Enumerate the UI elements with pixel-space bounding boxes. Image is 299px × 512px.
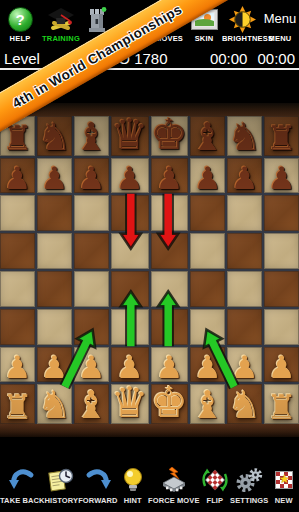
new-label: NEW bbox=[275, 496, 293, 505]
square-e1[interactable]: ♚ bbox=[151, 384, 189, 424]
forward-button[interactable]: FORWARD bbox=[78, 466, 117, 505]
square-h8[interactable]: ♜ bbox=[264, 116, 299, 156]
star-icon: ★ bbox=[279, 473, 290, 485]
black-pawn[interactable]: ♟ bbox=[155, 164, 183, 193]
square-g8[interactable]: ♞ bbox=[227, 116, 262, 156]
brightness-sun-icon bbox=[222, 5, 262, 33]
menu-word: Menu bbox=[264, 5, 297, 33]
square-b6[interactable] bbox=[37, 195, 72, 231]
square-e4[interactable] bbox=[151, 271, 189, 307]
help-label: HELP bbox=[4, 34, 36, 43]
square-d5[interactable] bbox=[111, 233, 149, 269]
square-c7[interactable]: ♟ bbox=[74, 158, 109, 194]
square-a3[interactable] bbox=[0, 309, 35, 345]
square-f3[interactable] bbox=[190, 309, 225, 345]
square-g5[interactable] bbox=[227, 233, 262, 269]
square-e7[interactable]: ♟ bbox=[151, 158, 189, 194]
square-f7[interactable]: ♟ bbox=[190, 158, 225, 194]
black-pawn[interactable]: ♟ bbox=[77, 164, 105, 193]
menu-button[interactable]: Menu MENU bbox=[262, 5, 298, 43]
black-bishop[interactable]: ♝ bbox=[191, 120, 225, 155]
white-king[interactable]: ♚ bbox=[151, 384, 189, 423]
black-queen[interactable]: ♛ bbox=[111, 116, 149, 155]
square-e5[interactable] bbox=[151, 233, 189, 269]
lightbulb-icon bbox=[120, 466, 146, 494]
square-h1[interactable]: ♜ bbox=[264, 384, 299, 424]
white-rook[interactable]: ♜ bbox=[2, 392, 32, 423]
history-button[interactable]: HISTORY bbox=[45, 466, 79, 505]
square-b8[interactable]: ♞ bbox=[37, 116, 72, 156]
square-a6[interactable] bbox=[0, 195, 35, 231]
square-g1[interactable]: ♞ bbox=[227, 384, 262, 424]
square-g6[interactable] bbox=[227, 195, 262, 231]
square-d1[interactable]: ♛ bbox=[111, 384, 149, 424]
square-b5[interactable] bbox=[37, 233, 72, 269]
black-pawn[interactable]: ♟ bbox=[116, 164, 144, 193]
square-f2[interactable]: ♟ bbox=[190, 347, 225, 383]
square-g7[interactable]: ♟ bbox=[227, 158, 262, 194]
square-b3[interactable] bbox=[37, 309, 72, 345]
square-b2[interactable]: ♟ bbox=[37, 347, 72, 383]
gears-icon bbox=[235, 466, 263, 494]
square-h3[interactable] bbox=[264, 309, 299, 345]
help-icon: ? bbox=[4, 5, 36, 33]
square-g3[interactable] bbox=[227, 309, 262, 345]
square-f1[interactable]: ♝ bbox=[190, 384, 225, 424]
white-knight[interactable]: ♞ bbox=[37, 388, 71, 423]
square-d3[interactable] bbox=[111, 309, 149, 345]
brightness-button[interactable]: BRIGHTNESS bbox=[222, 5, 262, 43]
square-h5[interactable] bbox=[264, 233, 299, 269]
square-a7[interactable]: ♟ bbox=[0, 158, 35, 194]
redo-arrow-icon bbox=[84, 466, 112, 494]
brightness-label: BRIGHTNESS bbox=[222, 34, 262, 43]
square-d6[interactable] bbox=[111, 195, 149, 231]
square-a4[interactable] bbox=[0, 271, 35, 307]
white-pawn[interactable]: ♟ bbox=[41, 353, 69, 382]
white-rook[interactable]: ♜ bbox=[266, 392, 296, 423]
square-c3[interactable] bbox=[74, 309, 109, 345]
new-game-button[interactable]: ★ NEW bbox=[268, 466, 299, 505]
white-pawn[interactable]: ♟ bbox=[4, 353, 32, 382]
square-e8[interactable]: ♚ bbox=[151, 116, 189, 156]
square-e6[interactable] bbox=[151, 195, 189, 231]
flip-board-icon bbox=[201, 466, 229, 494]
square-b1[interactable]: ♞ bbox=[37, 384, 72, 424]
white-queen[interactable]: ♛ bbox=[111, 384, 149, 423]
square-f6[interactable] bbox=[190, 195, 225, 231]
black-pawn[interactable]: ♟ bbox=[4, 164, 32, 193]
take-back-button[interactable]: TAKE BACK bbox=[0, 466, 45, 505]
square-e2[interactable]: ♟ bbox=[151, 347, 189, 383]
black-king[interactable]: ♚ bbox=[151, 116, 189, 155]
square-h7[interactable]: ♟ bbox=[264, 158, 299, 194]
force-move-label: FORCE MOVE bbox=[148, 496, 199, 505]
white-knight[interactable]: ♞ bbox=[228, 388, 262, 423]
black-rook[interactable]: ♜ bbox=[2, 123, 32, 154]
square-g2[interactable]: ♟ bbox=[227, 347, 262, 383]
bottom-toolbar: TAKE BACK HISTORY FORWARD bbox=[0, 461, 299, 512]
square-g4[interactable] bbox=[227, 271, 262, 307]
square-h4[interactable] bbox=[264, 271, 299, 307]
square-c6[interactable] bbox=[74, 195, 109, 231]
white-pawn[interactable]: ♟ bbox=[116, 353, 144, 382]
black-rook[interactable]: ♜ bbox=[266, 123, 296, 154]
black-pawn[interactable]: ♟ bbox=[268, 164, 296, 193]
hint-label: HINT bbox=[124, 496, 142, 505]
square-f8[interactable]: ♝ bbox=[190, 116, 225, 156]
black-bishop[interactable]: ♝ bbox=[74, 120, 108, 155]
chip-lightning-icon bbox=[159, 466, 189, 494]
white-pawn[interactable]: ♟ bbox=[268, 353, 296, 382]
square-c2[interactable]: ♟ bbox=[74, 347, 109, 383]
square-d2[interactable]: ♟ bbox=[111, 347, 149, 383]
square-b4[interactable] bbox=[37, 271, 72, 307]
white-pawn[interactable]: ♟ bbox=[231, 353, 259, 382]
force-move-button[interactable]: FORCE MOVE bbox=[148, 466, 199, 505]
black-clock: 00:00 bbox=[257, 50, 295, 67]
black-pawn[interactable]: ♟ bbox=[41, 164, 69, 193]
training-label: TRAINING bbox=[38, 34, 84, 43]
level-label: Level bbox=[4, 50, 40, 67]
square-a1[interactable]: ♜ bbox=[0, 384, 35, 424]
black-knight[interactable]: ♞ bbox=[37, 120, 71, 155]
square-c5[interactable] bbox=[74, 233, 109, 269]
square-d7[interactable]: ♟ bbox=[111, 158, 149, 194]
square-f4[interactable] bbox=[190, 271, 225, 307]
white-pawn[interactable]: ♟ bbox=[155, 353, 183, 382]
flip-button[interactable]: FLIP bbox=[199, 466, 230, 505]
settings-button[interactable]: SETTINGS bbox=[230, 466, 268, 505]
chess-board: ♜♞♝♛♚♝♞♜♟♟♟♟♟♟♟♟♟♟♟♟♟♟♟♟♜♞♝♛♚♝♞♜ bbox=[0, 103, 299, 437]
black-pawn[interactable]: ♟ bbox=[194, 164, 222, 193]
menu-label: MENU bbox=[262, 34, 298, 43]
clocks: 00:00 00:00 bbox=[210, 50, 295, 67]
square-h2[interactable]: ♟ bbox=[264, 347, 299, 383]
undo-arrow-icon bbox=[8, 466, 36, 494]
white-bishop[interactable]: ♝ bbox=[74, 388, 108, 423]
white-pawn[interactable]: ♟ bbox=[194, 353, 222, 382]
square-a2[interactable]: ♟ bbox=[0, 347, 35, 383]
square-d4[interactable] bbox=[111, 271, 149, 307]
square-a5[interactable] bbox=[0, 233, 35, 269]
square-b7[interactable]: ♟ bbox=[37, 158, 72, 194]
history-label: HISTORY bbox=[45, 496, 79, 505]
square-h6[interactable] bbox=[264, 195, 299, 231]
take-back-label: TAKE BACK bbox=[0, 496, 45, 505]
new-board-star-icon: ★ bbox=[275, 466, 293, 494]
castle-tower-icon bbox=[84, 5, 110, 33]
training-button[interactable]: TRAINING bbox=[38, 5, 84, 43]
hint-button[interactable]: HINT bbox=[117, 466, 148, 505]
square-e3[interactable] bbox=[151, 309, 189, 345]
square-c1[interactable]: ♝ bbox=[74, 384, 109, 424]
square-f5[interactable] bbox=[190, 233, 225, 269]
square-d8[interactable]: ♛ bbox=[111, 116, 149, 156]
square-c8[interactable]: ♝ bbox=[74, 116, 109, 156]
forward-label: FORWARD bbox=[78, 496, 117, 505]
black-pawn[interactable]: ♟ bbox=[231, 164, 259, 193]
history-notes-clock-icon bbox=[47, 466, 75, 494]
square-c4[interactable] bbox=[74, 271, 109, 307]
black-knight[interactable]: ♞ bbox=[228, 120, 262, 155]
white-pawn[interactable]: ♟ bbox=[77, 353, 105, 382]
white-bishop[interactable]: ♝ bbox=[191, 388, 225, 423]
board-squares: ♜♞♝♛♚♝♞♜♟♟♟♟♟♟♟♟♟♟♟♟♟♟♟♟♜♞♝♛♚♝♞♜ bbox=[0, 116, 299, 424]
flip-label: FLIP bbox=[206, 496, 223, 505]
graduation-cap-icon bbox=[38, 5, 84, 33]
white-clock: 00:00 bbox=[210, 50, 248, 67]
settings-label: SETTINGS bbox=[230, 496, 268, 505]
help-button[interactable]: ? HELP bbox=[4, 5, 36, 43]
skin-label: SKIN bbox=[188, 34, 220, 43]
